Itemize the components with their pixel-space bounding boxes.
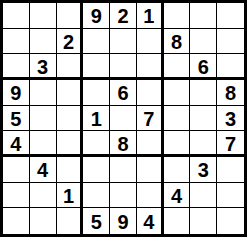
cell-r4c8[interactable] <box>190 80 217 106</box>
cell-r1c9[interactable] <box>217 3 244 29</box>
cell-r7c8[interactable]: 3 <box>190 157 217 183</box>
cell-r2c8[interactable] <box>190 29 217 55</box>
cell-r1c6[interactable]: 1 <box>137 3 164 29</box>
cell-r6c9[interactable]: 7 <box>217 131 244 157</box>
given-digit: 6 <box>117 83 128 103</box>
given-digit: 7 <box>225 133 236 153</box>
given-digit: 3 <box>225 108 236 128</box>
cell-r6c5[interactable]: 8 <box>110 131 137 157</box>
given-digit: 9 <box>10 83 21 103</box>
cell-r5c4[interactable]: 1 <box>83 106 110 132</box>
cell-r2c7[interactable]: 8 <box>164 29 191 55</box>
cell-r8c1[interactable] <box>3 183 30 209</box>
cell-r7c4[interactable] <box>83 157 110 183</box>
cell-r2c6[interactable] <box>137 29 164 55</box>
cell-r2c3[interactable]: 2 <box>57 29 84 55</box>
cell-r9c6[interactable]: 4 <box>137 208 164 234</box>
cell-r5c2[interactable] <box>30 106 57 132</box>
cell-r7c5[interactable] <box>110 157 137 183</box>
given-digit: 5 <box>91 212 102 232</box>
cell-r1c2[interactable] <box>30 3 57 29</box>
cell-r9c8[interactable] <box>190 208 217 234</box>
given-digit: 6 <box>198 56 209 76</box>
given-digit: 4 <box>143 212 154 232</box>
given-digit: 1 <box>91 108 102 128</box>
cell-r5c8[interactable] <box>190 106 217 132</box>
cell-r3c9[interactable] <box>217 54 244 80</box>
cell-r8c6[interactable] <box>137 183 164 209</box>
cell-r1c8[interactable] <box>190 3 217 29</box>
cell-r8c7[interactable]: 4 <box>164 183 191 209</box>
cell-r4c1[interactable]: 9 <box>3 80 30 106</box>
cell-r9c1[interactable] <box>3 208 30 234</box>
cell-r6c7[interactable] <box>164 131 191 157</box>
cell-r3c7[interactable] <box>164 54 191 80</box>
given-digit: 3 <box>198 160 209 180</box>
cell-r8c4[interactable] <box>83 183 110 209</box>
cell-r2c1[interactable] <box>3 29 30 55</box>
given-digit: 5 <box>10 108 21 128</box>
cell-r5c9[interactable]: 3 <box>217 106 244 132</box>
cell-r6c1[interactable]: 4 <box>3 131 30 157</box>
cell-r4c7[interactable] <box>164 80 191 106</box>
cell-r6c3[interactable] <box>57 131 84 157</box>
given-digit: 2 <box>117 6 128 26</box>
cell-r7c1[interactable] <box>3 157 30 183</box>
cell-r2c9[interactable] <box>217 29 244 55</box>
cell-r7c6[interactable] <box>137 157 164 183</box>
given-digit: 4 <box>37 160 48 180</box>
cell-r8c9[interactable] <box>217 183 244 209</box>
cell-r4c6[interactable] <box>137 80 164 106</box>
cell-r7c7[interactable] <box>164 157 191 183</box>
cell-r1c1[interactable] <box>3 3 30 29</box>
cell-r7c3[interactable] <box>57 157 84 183</box>
cell-r2c5[interactable] <box>110 29 137 55</box>
given-digit: 1 <box>63 185 74 205</box>
cell-r7c9[interactable] <box>217 157 244 183</box>
cell-r8c3[interactable]: 1 <box>57 183 84 209</box>
cell-r4c2[interactable] <box>30 80 57 106</box>
cell-r3c5[interactable] <box>110 54 137 80</box>
given-digit: 4 <box>171 185 182 205</box>
cell-r6c8[interactable] <box>190 131 217 157</box>
cell-r9c9[interactable] <box>217 208 244 234</box>
given-digit: 9 <box>91 6 102 26</box>
cell-r1c3[interactable] <box>57 3 84 29</box>
cell-r8c5[interactable] <box>110 183 137 209</box>
cell-r4c5[interactable]: 6 <box>110 80 137 106</box>
cell-r3c8[interactable]: 6 <box>190 54 217 80</box>
cell-r3c2[interactable]: 3 <box>30 54 57 80</box>
given-digit: 1 <box>143 6 154 26</box>
cell-r9c4[interactable]: 5 <box>83 208 110 234</box>
cell-r8c2[interactable] <box>30 183 57 209</box>
cell-r1c4[interactable]: 9 <box>83 3 110 29</box>
given-digit: 8 <box>117 133 128 153</box>
cell-r9c5[interactable]: 9 <box>110 208 137 234</box>
cell-r7c2[interactable]: 4 <box>30 157 57 183</box>
cell-r9c2[interactable] <box>30 208 57 234</box>
cell-r8c8[interactable] <box>190 183 217 209</box>
cell-r5c1[interactable]: 5 <box>3 106 30 132</box>
given-digit: 8 <box>225 83 236 103</box>
cell-r3c6[interactable] <box>137 54 164 80</box>
cell-r6c4[interactable] <box>83 131 110 157</box>
cell-r3c1[interactable] <box>3 54 30 80</box>
given-digit: 3 <box>37 56 48 76</box>
given-digit: 2 <box>63 31 74 51</box>
given-digit: 4 <box>10 133 21 153</box>
cell-r6c6[interactable] <box>137 131 164 157</box>
cell-r4c9[interactable]: 8 <box>217 80 244 106</box>
cell-r9c7[interactable] <box>164 208 191 234</box>
sudoku-board: 921283696851734874314594 <box>0 0 247 237</box>
cell-r2c2[interactable] <box>30 29 57 55</box>
cell-r9c3[interactable] <box>57 208 84 234</box>
cell-r5c6[interactable]: 7 <box>137 106 164 132</box>
cell-r5c5[interactable] <box>110 106 137 132</box>
cell-r5c3[interactable] <box>57 106 84 132</box>
cell-r3c4[interactable] <box>83 54 110 80</box>
cell-r4c3[interactable] <box>57 80 84 106</box>
given-digit: 9 <box>117 212 128 232</box>
cell-r6c2[interactable] <box>30 131 57 157</box>
cell-r1c7[interactable] <box>164 3 191 29</box>
cell-r5c7[interactable] <box>164 106 191 132</box>
given-digit: 7 <box>143 108 154 128</box>
cell-r4c4[interactable] <box>83 80 110 106</box>
cell-r2c4[interactable] <box>83 29 110 55</box>
cell-r3c3[interactable] <box>57 54 84 80</box>
cell-r1c5[interactable]: 2 <box>110 3 137 29</box>
given-digit: 8 <box>171 31 182 51</box>
